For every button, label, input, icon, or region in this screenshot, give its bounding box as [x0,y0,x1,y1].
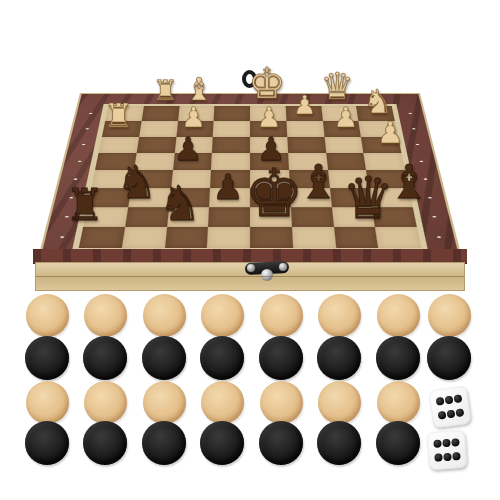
black-checker [83,421,127,465]
black-checker [200,421,244,465]
die-pip [435,397,444,406]
die-pip [454,394,463,403]
checkers-and-dice-tray [0,0,500,500]
light-checker [84,294,127,337]
die-showing-6 [429,386,472,429]
black-checker [376,336,420,380]
light-checker [377,294,420,337]
light-checker [377,381,420,424]
die-pip [442,439,451,448]
die-pip [456,408,465,417]
black-checker [259,421,303,465]
light-checker [143,381,186,424]
black-checker [142,336,186,380]
light-checker [318,294,361,337]
light-checker [318,381,361,424]
die-pip [433,439,442,448]
die-pip [446,409,455,418]
die-pip [453,452,462,461]
die-pip [452,438,461,447]
light-checker [260,294,303,337]
black-checker [259,336,303,380]
black-checker [25,421,69,465]
black-checker [376,421,420,465]
die-pip [444,396,453,405]
black-checker [200,336,244,380]
black-checker [142,421,186,465]
light-checker [26,294,69,337]
light-checker [84,381,127,424]
black-checker [427,336,471,380]
product-photo: hgfedcba ♚♛♜♝♞♟♜♟♟♟♟♟♟♟♝♝♞♚♛♞♜ [0,0,500,500]
black-checker [317,421,361,465]
black-checker [317,336,361,380]
light-checker [260,381,303,424]
light-checker [428,294,471,337]
light-checker [143,294,186,337]
black-checker [83,336,127,380]
black-checker [25,336,69,380]
die-pip [437,411,446,420]
light-checker [26,381,69,424]
die-pip [434,453,443,462]
die-showing-6 [427,430,468,471]
die-pip [443,453,452,462]
light-checker [201,294,244,337]
light-checker [201,381,244,424]
